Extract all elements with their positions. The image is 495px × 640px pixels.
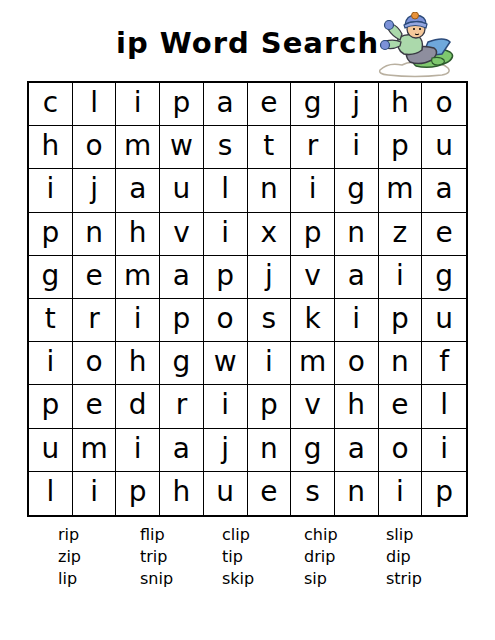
word-list-item: strip: [386, 568, 468, 590]
grid-cell-r3c10: a: [422, 169, 466, 212]
worksheet-page: ip Word Search clipaegjhohomwstripuijaul…: [0, 0, 495, 640]
grid-cell-r3c2: j: [73, 169, 117, 212]
word-list-item: dip: [386, 546, 468, 568]
grid-cell-r10c10: p: [422, 472, 466, 515]
grid-cell-r4c6: x: [248, 213, 292, 256]
grid-cell-r5c4: a: [160, 256, 204, 299]
grid-cell-r8c4: r: [160, 385, 204, 428]
grid-cell-r5c3: m: [116, 256, 160, 299]
grid-cell-r10c3: p: [116, 472, 160, 515]
grid-cell-r3c4: u: [160, 169, 204, 212]
grid-cell-r2c10: u: [422, 126, 466, 169]
grid-cell-r2c3: m: [116, 126, 160, 169]
word-list: ripziplipfliptripsnipcliptipskipchipdrip…: [27, 524, 468, 590]
grid-cell-r7c3: h: [116, 342, 160, 385]
grid-cell-r1c1: c: [29, 83, 73, 126]
grid-cell-r5c2: e: [73, 256, 117, 299]
grid-cell-r7c8: o: [335, 342, 379, 385]
grid-cell-r3c7: i: [291, 169, 335, 212]
word-list-column-4: chipdripsip: [304, 524, 386, 590]
grid-cell-r8c3: d: [116, 385, 160, 428]
grid-cell-r4c7: p: [291, 213, 335, 256]
word-list-item: drip: [304, 546, 386, 568]
word-list-item: flip: [140, 524, 222, 546]
grid-cell-r8c9: e: [379, 385, 423, 428]
word-list-item: slip: [386, 524, 468, 546]
grid-cell-r1c8: j: [335, 83, 379, 126]
grid-cell-r5c6: j: [248, 256, 292, 299]
grid-cell-r9c4: a: [160, 429, 204, 472]
grid-cell-r7c9: n: [379, 342, 423, 385]
grid-cell-r6c2: r: [73, 299, 117, 342]
grid-cell-r7c10: f: [422, 342, 466, 385]
grid-cell-r1c9: h: [379, 83, 423, 126]
grid-cell-r10c2: i: [73, 472, 117, 515]
sledding-child-illustration: [370, 12, 460, 78]
grid-cell-r6c4: p: [160, 299, 204, 342]
grid-cell-r5c9: i: [379, 256, 423, 299]
grid-cell-r4c4: v: [160, 213, 204, 256]
word-list-item: tip: [222, 546, 304, 568]
grid-cell-r6c5: o: [204, 299, 248, 342]
grid-cell-r6c9: p: [379, 299, 423, 342]
grid-cell-r1c5: a: [204, 83, 248, 126]
word-list-column-1: ripziplip: [58, 524, 140, 590]
grid-cell-r2c1: h: [29, 126, 73, 169]
word-list-item: snip: [140, 568, 222, 590]
grid-cell-r8c1: p: [29, 385, 73, 428]
grid-cell-r9c3: i: [116, 429, 160, 472]
grid-cell-r6c1: t: [29, 299, 73, 342]
grid-cell-r1c4: p: [160, 83, 204, 126]
grid-cell-r10c5: u: [204, 472, 248, 515]
grid-cell-r7c4: g: [160, 342, 204, 385]
grid-cell-r5c8: a: [335, 256, 379, 299]
grid-cell-r10c7: s: [291, 472, 335, 515]
grid-cell-r4c2: n: [73, 213, 117, 256]
grid-cell-r9c8: a: [335, 429, 379, 472]
grid-cell-r1c7: g: [291, 83, 335, 126]
word-list-item: zip: [58, 546, 140, 568]
grid-cell-r1c2: l: [73, 83, 117, 126]
grid-cell-r8c6: p: [248, 385, 292, 428]
word-list-item: skip: [222, 568, 304, 590]
grid-cell-r2c5: s: [204, 126, 248, 169]
grid-cell-r4c10: e: [422, 213, 466, 256]
grid-cell-r2c9: p: [379, 126, 423, 169]
grid-cell-r10c8: n: [335, 472, 379, 515]
grid-cell-r10c1: l: [29, 472, 73, 515]
grid-cell-r5c7: v: [291, 256, 335, 299]
grid-cell-r2c8: i: [335, 126, 379, 169]
grid-cell-r6c7: k: [291, 299, 335, 342]
grid-cell-r2c6: t: [248, 126, 292, 169]
grid-cell-r9c9: o: [379, 429, 423, 472]
grid-cell-r10c9: i: [379, 472, 423, 515]
grid-cell-r9c10: i: [422, 429, 466, 472]
grid-cell-r9c1: u: [29, 429, 73, 472]
grid-cell-r8c7: v: [291, 385, 335, 428]
grid-cell-r8c10: l: [422, 385, 466, 428]
grid-cell-r4c5: i: [204, 213, 248, 256]
grid-cell-r4c1: p: [29, 213, 73, 256]
grid-cell-r3c3: a: [116, 169, 160, 212]
grid-cell-r5c10: g: [422, 256, 466, 299]
grid-cell-r4c8: n: [335, 213, 379, 256]
grid-cell-r7c7: m: [291, 342, 335, 385]
word-list-item: trip: [140, 546, 222, 568]
grid-cell-r8c8: h: [335, 385, 379, 428]
word-list-column-2: fliptripsnip: [140, 524, 222, 590]
grid-cell-r9c6: n: [248, 429, 292, 472]
grid-cell-r7c6: i: [248, 342, 292, 385]
word-list-column-3: cliptipskip: [222, 524, 304, 590]
grid-cell-r5c5: p: [204, 256, 248, 299]
grid-cell-r3c6: n: [248, 169, 292, 212]
grid-cell-r9c2: m: [73, 429, 117, 472]
grid-cell-r2c2: o: [73, 126, 117, 169]
grid-cell-r3c8: g: [335, 169, 379, 212]
grid-cell-r6c3: i: [116, 299, 160, 342]
word-list-column-5: slipdipstrip: [386, 524, 468, 590]
word-list-item: rip: [58, 524, 140, 546]
grid-cell-r6c8: i: [335, 299, 379, 342]
grid-cell-r9c5: j: [204, 429, 248, 472]
word-list-item: clip: [222, 524, 304, 546]
grid-cell-r7c2: o: [73, 342, 117, 385]
grid-cell-r9c7: g: [291, 429, 335, 472]
grid-cell-r6c10: u: [422, 299, 466, 342]
word-list-item: chip: [304, 524, 386, 546]
grid-cell-r3c1: i: [29, 169, 73, 212]
word-search-grid: clipaegjhohomwstripuijaulnigmapnhvixpnze…: [27, 81, 468, 517]
grid-cell-r6c6: s: [248, 299, 292, 342]
grid-cell-r1c6: e: [248, 83, 292, 126]
grid-cell-r1c3: i: [116, 83, 160, 126]
grid-cell-r1c10: o: [422, 83, 466, 126]
grid-cell-r10c6: e: [248, 472, 292, 515]
grid-cell-r3c9: m: [379, 169, 423, 212]
grid-cell-r4c9: z: [379, 213, 423, 256]
grid-cell-r2c7: r: [291, 126, 335, 169]
word-list-item: sip: [304, 568, 386, 590]
grid-cell-r3c5: l: [204, 169, 248, 212]
grid-cell-r7c1: i: [29, 342, 73, 385]
grid-cell-r7c5: w: [204, 342, 248, 385]
grid-cell-r2c4: w: [160, 126, 204, 169]
word-list-item: lip: [58, 568, 140, 590]
grid-cell-r10c4: h: [160, 472, 204, 515]
grid-cell-r4c3: h: [116, 213, 160, 256]
grid-cell-r5c1: g: [29, 256, 73, 299]
grid-cell-r8c2: e: [73, 385, 117, 428]
grid-cell-r8c5: i: [204, 385, 248, 428]
